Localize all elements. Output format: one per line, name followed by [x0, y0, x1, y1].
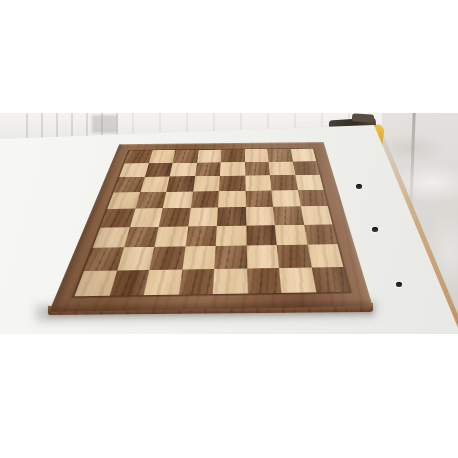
board-square-r3c5: [216, 225, 247, 246]
board-square-r3c3: [154, 226, 188, 247]
board-square-r8c4: [197, 150, 222, 163]
board-square-r8c7: [267, 149, 292, 162]
board-square-r4c6: [246, 207, 275, 226]
board-square-r6c4: [193, 176, 220, 191]
board-square-r1c4: [178, 269, 214, 295]
board-square-r6c7: [270, 175, 298, 190]
photo-of-chessboard: [0, 113, 458, 334]
board-square-r8c2: [149, 150, 176, 163]
board-square-r7c4: [195, 162, 221, 176]
board-square-r8c5: [221, 149, 245, 162]
board-square-r5c8: [297, 190, 327, 207]
board-square-r4c3: [159, 208, 191, 227]
board-square-r2c3: [149, 246, 185, 269]
board-square-r3c2: [124, 226, 159, 247]
board-square-r2c2: [117, 247, 155, 270]
board-square-r3c6: [246, 225, 277, 246]
board-square-r1c3: [144, 269, 182, 295]
board-square-r6c6: [245, 175, 271, 190]
board-square-r4c5: [217, 207, 246, 226]
board-square-r7c5: [220, 162, 245, 176]
board-square-r1c7: [279, 267, 316, 293]
board-square-r5c6: [245, 190, 273, 207]
board-square-r8c3: [173, 150, 199, 163]
background-object-dark: [352, 113, 374, 122]
board-square-r6c5: [219, 176, 245, 191]
board-square-r2c4: [182, 246, 216, 269]
board-square-r5c4: [190, 191, 219, 208]
board-square-r2c6: [246, 245, 279, 268]
board-square-r8c8: [290, 149, 316, 162]
board-square-r2c8: [307, 244, 343, 267]
wall-patch: [92, 115, 117, 133]
board-square-r6c3: [166, 176, 194, 191]
board-square-r8c6: [244, 149, 268, 162]
board-square-r2c5: [214, 246, 246, 269]
wall-seam: [409, 113, 415, 208]
board-square-r3c8: [304, 224, 338, 245]
screw-hole: [396, 282, 402, 287]
board-square-r3c4: [185, 226, 217, 247]
board-square-r4c4: [188, 207, 218, 226]
board-square-r7c2: [144, 163, 172, 177]
board-square-r5c7: [271, 190, 300, 207]
board-square-r7c8: [292, 161, 319, 175]
board-grid: [74, 149, 349, 297]
board-square-r6c8: [295, 175, 324, 190]
board-square-r1c8: [311, 267, 350, 293]
screw-hole: [356, 184, 362, 189]
board-square-r2c7: [277, 245, 311, 268]
screw-hole: [372, 227, 378, 232]
board-square-r7c7: [269, 161, 295, 175]
board-square-r5c3: [163, 191, 193, 208]
board-square-r5c2: [135, 192, 166, 209]
board-square-r3c7: [275, 224, 307, 245]
board-square-r1c5: [213, 268, 247, 294]
board-square-r4c2: [130, 208, 163, 227]
board-square-r1c6: [247, 268, 282, 294]
board-square-r5c5: [218, 191, 246, 208]
board-square-r7c6: [245, 162, 270, 176]
board-square-r4c7: [273, 206, 304, 225]
board-square-r7c3: [170, 162, 197, 176]
board-square-r6c2: [140, 176, 170, 191]
board-square-r4c8: [300, 206, 332, 224]
